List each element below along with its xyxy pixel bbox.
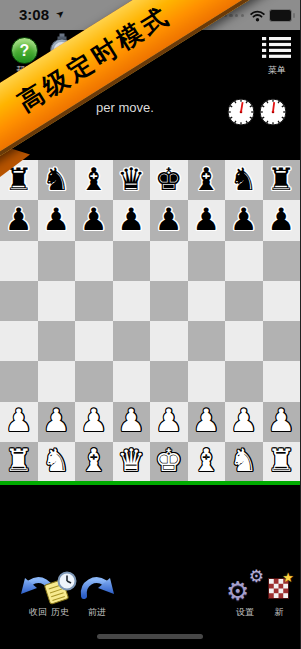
square-g5[interactable] bbox=[225, 281, 263, 321]
square-h5[interactable] bbox=[263, 281, 301, 321]
square-g7[interactable]: ♟︎ bbox=[225, 200, 263, 240]
wifi-icon bbox=[250, 10, 265, 22]
turn-indicator-bar bbox=[0, 481, 300, 485]
square-d5[interactable] bbox=[113, 281, 151, 321]
square-e2[interactable]: ♟︎ bbox=[150, 402, 188, 442]
square-f4[interactable] bbox=[188, 321, 226, 361]
square-a6[interactable] bbox=[0, 241, 38, 281]
square-f2[interactable]: ♟︎ bbox=[188, 402, 226, 442]
piece-white-pawn: ♟︎ bbox=[117, 405, 145, 438]
piece-white-king: ♚︎ bbox=[155, 445, 183, 478]
square-e4[interactable] bbox=[150, 321, 188, 361]
square-e1[interactable]: ♚︎ bbox=[150, 442, 188, 482]
square-b5[interactable] bbox=[38, 281, 76, 321]
gear-small-icon: ⚙ bbox=[249, 568, 264, 585]
square-e5[interactable] bbox=[150, 281, 188, 321]
new-game-label: 新 bbox=[264, 606, 294, 619]
settings-label: 设置 bbox=[230, 606, 260, 619]
piece-black-pawn: ♟︎ bbox=[267, 204, 295, 237]
square-e6[interactable] bbox=[150, 241, 188, 281]
square-g2[interactable]: ♟︎ bbox=[225, 402, 263, 442]
square-d4[interactable] bbox=[113, 321, 151, 361]
piece-black-pawn: ♟︎ bbox=[192, 204, 220, 237]
square-g4[interactable] bbox=[225, 321, 263, 361]
status-time: 3:08 bbox=[19, 6, 49, 23]
square-h2[interactable]: ♟︎ bbox=[263, 402, 301, 442]
square-a3[interactable] bbox=[0, 361, 38, 401]
square-c6[interactable] bbox=[75, 241, 113, 281]
piece-white-pawn: ♟︎ bbox=[155, 405, 183, 438]
square-f8[interactable]: ♝︎ bbox=[188, 160, 226, 200]
help-question-icon: ? bbox=[20, 43, 30, 59]
square-f1[interactable]: ♝︎ bbox=[188, 442, 226, 482]
square-a7[interactable]: ♟︎ bbox=[0, 200, 38, 240]
piece-white-pawn: ♟︎ bbox=[42, 405, 70, 438]
menu-label: 菜单 bbox=[260, 64, 294, 77]
redo-arrow-icon bbox=[84, 578, 114, 596]
piece-black-pawn: ♟︎ bbox=[155, 204, 183, 237]
square-c5[interactable] bbox=[75, 281, 113, 321]
square-d8[interactable]: ♛︎ bbox=[113, 160, 151, 200]
piece-white-rook: ♜︎ bbox=[5, 445, 33, 478]
square-a1[interactable]: ♜︎ bbox=[0, 442, 38, 482]
piece-black-pawn: ♟︎ bbox=[42, 204, 70, 237]
piece-black-bishop: ♝︎ bbox=[80, 164, 108, 197]
piece-white-bishop: ♝︎ bbox=[192, 445, 220, 478]
square-b2[interactable]: ♟︎ bbox=[38, 402, 76, 442]
location-arrow-icon: ➤ bbox=[53, 7, 66, 21]
piece-black-knight: ♞︎ bbox=[230, 164, 258, 197]
app-window: 3:08 ➤ ? 帮助 菜单 per move. bbox=[0, 0, 300, 649]
square-g6[interactable] bbox=[225, 241, 263, 281]
square-c8[interactable]: ♝︎ bbox=[75, 160, 113, 200]
square-h6[interactable] bbox=[263, 241, 301, 281]
square-a4[interactable] bbox=[0, 321, 38, 361]
piece-black-bishop: ♝︎ bbox=[192, 164, 220, 197]
star-icon: ★ bbox=[282, 570, 294, 585]
square-d1[interactable]: ♛︎ bbox=[113, 442, 151, 482]
history-button[interactable] bbox=[42, 570, 78, 606]
piece-white-knight: ♞︎ bbox=[230, 445, 258, 478]
piece-white-pawn: ♟︎ bbox=[5, 405, 33, 438]
square-d7[interactable]: ♟︎ bbox=[113, 200, 151, 240]
square-c3[interactable] bbox=[75, 361, 113, 401]
white-timer-clock-icon bbox=[227, 98, 255, 126]
square-b1[interactable]: ♞︎ bbox=[38, 442, 76, 482]
forward-button[interactable] bbox=[79, 574, 115, 604]
square-b8[interactable]: ♞︎ bbox=[38, 160, 76, 200]
history-clock-icon bbox=[59, 573, 76, 590]
forward-label: 前进 bbox=[82, 606, 112, 619]
gear-icon: ⚙ bbox=[226, 578, 249, 604]
square-h3[interactable] bbox=[263, 361, 301, 401]
square-h4[interactable] bbox=[263, 321, 301, 361]
square-b4[interactable] bbox=[38, 321, 76, 361]
piece-black-pawn: ♟︎ bbox=[230, 204, 258, 237]
cellular-signal-icon bbox=[224, 14, 244, 17]
square-c1[interactable]: ♝︎ bbox=[75, 442, 113, 482]
time-per-move-text: per move. bbox=[96, 100, 154, 115]
piece-white-queen: ♛︎ bbox=[117, 445, 145, 478]
piece-black-pawn: ♟︎ bbox=[5, 204, 33, 237]
battery-icon bbox=[269, 9, 295, 22]
square-f5[interactable] bbox=[188, 281, 226, 321]
square-c4[interactable] bbox=[75, 321, 113, 361]
piece-white-rook: ♜︎ bbox=[267, 445, 295, 478]
square-g3[interactable] bbox=[225, 361, 263, 401]
square-d2[interactable]: ♟︎ bbox=[113, 402, 151, 442]
piece-white-pawn: ♟︎ bbox=[80, 405, 108, 438]
black-timer-clock-icon bbox=[259, 98, 287, 126]
piece-black-king: ♚︎ bbox=[155, 164, 183, 197]
piece-white-pawn: ♟︎ bbox=[230, 405, 258, 438]
square-c2[interactable]: ♟︎ bbox=[75, 402, 113, 442]
square-f6[interactable] bbox=[188, 241, 226, 281]
new-game-button[interactable]: ★ bbox=[268, 578, 289, 599]
settings-button[interactable]: ⚙ ⚙ bbox=[226, 570, 264, 604]
piece-white-pawn: ♟︎ bbox=[192, 405, 220, 438]
square-g8[interactable]: ♞︎ bbox=[225, 160, 263, 200]
square-h8[interactable]: ♜︎ bbox=[263, 160, 301, 200]
piece-black-knight: ♞︎ bbox=[42, 164, 70, 197]
piece-black-queen: ♛︎ bbox=[117, 164, 145, 197]
square-e8[interactable]: ♚︎ bbox=[150, 160, 188, 200]
square-c7[interactable]: ♟︎ bbox=[75, 200, 113, 240]
piece-black-rook: ♜︎ bbox=[267, 164, 295, 197]
square-g1[interactable]: ♞︎ bbox=[225, 442, 263, 482]
menu-button[interactable] bbox=[262, 37, 291, 58]
square-b6[interactable] bbox=[38, 241, 76, 281]
square-h7[interactable]: ♟︎ bbox=[263, 200, 301, 240]
square-b7[interactable]: ♟︎ bbox=[38, 200, 76, 240]
home-indicator[interactable] bbox=[97, 634, 203, 639]
chess-board: ♜︎♞︎♝︎♛︎♚︎♝︎♞︎♜︎♟︎♟︎♟︎♟︎♟︎♟︎♟︎♟︎♟︎♟︎♟︎♟︎… bbox=[0, 160, 300, 482]
piece-white-bishop: ♝︎ bbox=[80, 445, 108, 478]
piece-white-knight: ♞︎ bbox=[42, 445, 70, 478]
history-label: 历史 bbox=[45, 606, 75, 619]
square-b3[interactable] bbox=[38, 361, 76, 401]
piece-white-pawn: ♟︎ bbox=[267, 405, 295, 438]
menu-list-icon bbox=[262, 37, 291, 58]
help-button[interactable]: ? bbox=[11, 37, 38, 64]
square-e7[interactable]: ♟︎ bbox=[150, 200, 188, 240]
square-e3[interactable] bbox=[150, 361, 188, 401]
square-f3[interactable] bbox=[188, 361, 226, 401]
square-f7[interactable]: ♟︎ bbox=[188, 200, 226, 240]
square-d3[interactable] bbox=[113, 361, 151, 401]
square-a5[interactable] bbox=[0, 281, 38, 321]
square-h1[interactable]: ♜︎ bbox=[263, 442, 301, 482]
square-d6[interactable] bbox=[113, 241, 151, 281]
square-a2[interactable]: ♟︎ bbox=[0, 402, 38, 442]
piece-black-pawn: ♟︎ bbox=[80, 204, 108, 237]
piece-black-pawn: ♟︎ bbox=[117, 204, 145, 237]
